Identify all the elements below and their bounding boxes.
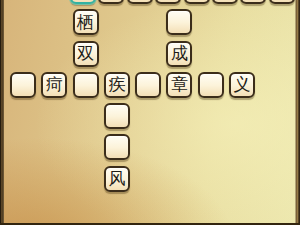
grid-tile-疴[interactable]: 疴 bbox=[41, 72, 67, 98]
grid-tile-blank[interactable] bbox=[198, 72, 224, 98]
game-screen: 栖双成疴疾章义风 bbox=[0, 0, 300, 225]
grid-tile-blank[interactable] bbox=[104, 134, 130, 160]
grid-tile-blank[interactable] bbox=[104, 103, 130, 129]
grid-tile-成[interactable]: 成 bbox=[166, 41, 192, 67]
grid-tile-双[interactable]: 双 bbox=[73, 41, 99, 67]
grid-tile-blank[interactable] bbox=[166, 9, 192, 35]
tray-tile[interactable] bbox=[127, 0, 153, 4]
tray-tile[interactable] bbox=[184, 0, 210, 4]
grid-tile-blank[interactable] bbox=[73, 72, 99, 98]
grid-tile-blank[interactable] bbox=[10, 72, 36, 98]
tray-tile-selected[interactable] bbox=[70, 0, 96, 4]
grid-tile-疾[interactable]: 疾 bbox=[104, 72, 130, 98]
grid-tile-blank[interactable] bbox=[135, 72, 161, 98]
tray-tile[interactable] bbox=[269, 0, 295, 4]
crossword-grid: 栖双成疴疾章义风 bbox=[10, 0, 255, 192]
tray-tile[interactable] bbox=[98, 0, 124, 4]
tray-tile[interactable] bbox=[155, 0, 181, 4]
grid-tile-风[interactable]: 风 bbox=[104, 166, 130, 192]
tray-tile[interactable] bbox=[212, 0, 238, 4]
grid-tile-义[interactable]: 义 bbox=[229, 72, 255, 98]
grid-tile-栖[interactable]: 栖 bbox=[73, 9, 99, 35]
board-frame-left bbox=[0, 0, 4, 225]
tray-tile[interactable] bbox=[240, 0, 266, 4]
board-frame-right bbox=[295, 0, 300, 225]
board-frame-bottom bbox=[0, 223, 300, 225]
grid-tile-章[interactable]: 章 bbox=[166, 72, 192, 98]
puzzle-board: 栖双成疴疾章义风 bbox=[0, 0, 300, 225]
